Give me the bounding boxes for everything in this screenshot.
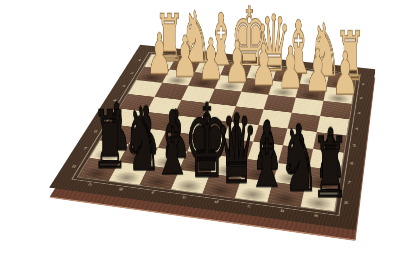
white-pawn[interactable]: ♟ xyxy=(305,42,319,101)
black-bishop[interactable]: ♝ xyxy=(247,111,263,201)
white-pawn[interactable]: ♟ xyxy=(172,29,185,86)
rank-label: 3 xyxy=(351,104,366,121)
black-king[interactable]: ♚ xyxy=(184,91,200,193)
black-knight[interactable]: ♞ xyxy=(279,115,295,205)
black-rook[interactable]: ♜ xyxy=(92,99,108,179)
white-pawn[interactable]: ♟ xyxy=(147,26,160,83)
perspective-scene: ♜♞♝♚♛♝♞♜♟♟♟♟♟♟♟♟♟♟♟♟♟♟♟♟♜♞♝♚♛♝♞♜ hgfedcb… xyxy=(0,0,420,259)
black-bishop[interactable]: ♝ xyxy=(153,100,169,188)
white-pawn[interactable]: ♟ xyxy=(251,36,265,94)
black-knight[interactable]: ♞ xyxy=(123,97,139,184)
black-queen[interactable]: ♛ xyxy=(215,101,231,197)
white-pawn[interactable]: ♟ xyxy=(332,45,346,104)
black-rook[interactable]: ♜ xyxy=(311,125,328,209)
chess-set-photo: ♜♞♝♚♛♝♞♜♟♟♟♟♟♟♟♟♟♟♟♟♟♟♟♟♜♞♝♚♛♝♞♜ hgfedcb… xyxy=(0,0,420,259)
rank-label: 4 xyxy=(349,120,365,138)
white-pawn[interactable]: ♟ xyxy=(278,39,292,97)
white-pawn[interactable]: ♟ xyxy=(198,31,211,88)
chess-board: ♜♞♝♚♛♝♞♜♟♟♟♟♟♟♟♟♟♟♟♟♟♟♟♟♜♞♝♚♛♝♞♜ hgfedcb… xyxy=(49,45,375,231)
